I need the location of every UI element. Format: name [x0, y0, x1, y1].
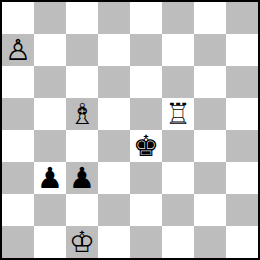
square-h8[interactable]: [226, 2, 258, 34]
square-e8[interactable]: [130, 2, 162, 34]
square-h7[interactable]: [226, 34, 258, 66]
square-f8[interactable]: [162, 2, 194, 34]
square-e2[interactable]: [130, 194, 162, 226]
black-king: ♚: [133, 130, 159, 162]
square-e7[interactable]: [130, 34, 162, 66]
square-d6[interactable]: [98, 66, 130, 98]
square-b8[interactable]: [34, 2, 66, 34]
square-f4[interactable]: [162, 130, 194, 162]
square-f5[interactable]: ♖: [162, 98, 194, 130]
square-f3[interactable]: [162, 162, 194, 194]
square-b4[interactable]: [34, 130, 66, 162]
white-rook: ♖: [165, 98, 191, 130]
white-king: ♔: [69, 226, 95, 258]
square-g5[interactable]: [194, 98, 226, 130]
white-bishop: ♗: [69, 98, 95, 130]
square-b7[interactable]: [34, 34, 66, 66]
square-g2[interactable]: [194, 194, 226, 226]
square-e4[interactable]: ♚: [130, 130, 162, 162]
square-g7[interactable]: [194, 34, 226, 66]
square-c2[interactable]: [66, 194, 98, 226]
chess-diagram: ♙♗♖♚♟♟♔: [0, 0, 260, 260]
chess-board: ♙♗♖♚♟♟♔: [0, 0, 260, 260]
square-h1[interactable]: [226, 226, 258, 258]
square-d1[interactable]: [98, 226, 130, 258]
square-c1[interactable]: ♔: [66, 226, 98, 258]
square-c4[interactable]: [66, 130, 98, 162]
square-b5[interactable]: [34, 98, 66, 130]
square-f1[interactable]: [162, 226, 194, 258]
square-d3[interactable]: [98, 162, 130, 194]
square-d8[interactable]: [98, 2, 130, 34]
square-a1[interactable]: [2, 226, 34, 258]
square-f7[interactable]: [162, 34, 194, 66]
square-c6[interactable]: [66, 66, 98, 98]
square-a6[interactable]: [2, 66, 34, 98]
square-h6[interactable]: [226, 66, 258, 98]
square-g8[interactable]: [194, 2, 226, 34]
square-c5[interactable]: ♗: [66, 98, 98, 130]
white-pawn: ♙: [5, 34, 31, 66]
square-f6[interactable]: [162, 66, 194, 98]
square-d4[interactable]: [98, 130, 130, 162]
square-a5[interactable]: [2, 98, 34, 130]
square-h3[interactable]: [226, 162, 258, 194]
square-c3[interactable]: ♟: [66, 162, 98, 194]
square-a4[interactable]: [2, 130, 34, 162]
square-e3[interactable]: [130, 162, 162, 194]
black-pawn: ♟: [69, 162, 95, 194]
square-h4[interactable]: [226, 130, 258, 162]
square-a3[interactable]: [2, 162, 34, 194]
square-b1[interactable]: [34, 226, 66, 258]
square-h2[interactable]: [226, 194, 258, 226]
square-b2[interactable]: [34, 194, 66, 226]
square-e1[interactable]: [130, 226, 162, 258]
square-f2[interactable]: [162, 194, 194, 226]
square-h5[interactable]: [226, 98, 258, 130]
square-g6[interactable]: [194, 66, 226, 98]
square-d2[interactable]: [98, 194, 130, 226]
square-b3[interactable]: ♟: [34, 162, 66, 194]
square-d5[interactable]: [98, 98, 130, 130]
square-g4[interactable]: [194, 130, 226, 162]
square-c8[interactable]: [66, 2, 98, 34]
square-d7[interactable]: [98, 34, 130, 66]
square-a8[interactable]: [2, 2, 34, 34]
square-e6[interactable]: [130, 66, 162, 98]
square-g3[interactable]: [194, 162, 226, 194]
black-pawn: ♟: [37, 162, 63, 194]
square-b6[interactable]: [34, 66, 66, 98]
square-c7[interactable]: [66, 34, 98, 66]
square-e5[interactable]: [130, 98, 162, 130]
square-a7[interactable]: ♙: [2, 34, 34, 66]
square-a2[interactable]: [2, 194, 34, 226]
square-g1[interactable]: [194, 226, 226, 258]
